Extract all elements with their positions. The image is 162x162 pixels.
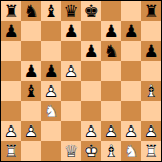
square-e7[interactable]: [81, 21, 101, 41]
square-f1[interactable]: ♝♗: [101, 141, 121, 161]
square-g3[interactable]: [121, 101, 141, 121]
piece-outline: ♙: [141, 121, 161, 141]
square-g5[interactable]: [121, 61, 141, 81]
square-b3[interactable]: [21, 101, 41, 121]
square-b8[interactable]: ♞: [21, 1, 41, 21]
square-b1[interactable]: [21, 141, 41, 161]
white-rook: ♜♖: [141, 141, 161, 161]
square-h7[interactable]: [141, 21, 161, 41]
square-e3[interactable]: [81, 101, 101, 121]
square-b6[interactable]: [21, 41, 41, 61]
white-pawn: ♟♙: [81, 121, 101, 141]
piece-fill: ♝: [21, 81, 41, 101]
piece-outline: ♖: [1, 141, 21, 161]
white-queen: ♛♕: [61, 141, 81, 161]
piece-fill: ♟: [121, 21, 141, 41]
square-a2[interactable]: ♟♙: [1, 121, 21, 141]
piece-outline: ♙: [81, 121, 101, 141]
black-knight: ♞: [101, 41, 121, 61]
square-d3[interactable]: [61, 101, 81, 121]
black-pawn: ♟: [21, 61, 41, 81]
black-queen: ♛: [61, 1, 81, 21]
black-pawn: ♟: [81, 41, 101, 61]
square-e4[interactable]: [81, 81, 101, 101]
square-c4[interactable]: ♟♙: [41, 81, 61, 101]
white-pawn: ♟♙: [101, 121, 121, 141]
white-bishop: ♝♗: [101, 141, 121, 161]
piece-fill: ♛: [61, 1, 81, 21]
piece-outline: ♘: [121, 141, 141, 161]
black-bishop: ♝: [41, 1, 61, 21]
square-b2[interactable]: ♟♙: [21, 121, 41, 141]
square-c3[interactable]: ♞♘: [41, 101, 61, 121]
piece-fill: ♟: [21, 61, 41, 81]
piece-outline: ♙: [1, 121, 21, 141]
piece-outline: ♙: [21, 121, 41, 141]
square-f4[interactable]: [101, 81, 121, 101]
piece-fill: ♟: [81, 41, 101, 61]
piece-fill: ♝: [41, 1, 61, 21]
piece-outline: ♘: [41, 101, 61, 121]
square-h2[interactable]: ♟♙: [141, 121, 161, 141]
square-f5[interactable]: [101, 61, 121, 81]
black-pawn: ♟: [121, 21, 141, 41]
white-pawn: ♟♙: [121, 121, 141, 141]
square-h6[interactable]: ♟: [141, 41, 161, 61]
square-h4[interactable]: ♝♗: [141, 81, 161, 101]
black-pawn: ♟: [101, 21, 121, 41]
black-rook: ♜: [141, 1, 161, 21]
square-b7[interactable]: [21, 21, 41, 41]
square-g2[interactable]: ♟♙: [121, 121, 141, 141]
white-pawn: ♟♙: [61, 61, 81, 81]
black-pawn: ♟: [141, 41, 161, 61]
piece-fill: ♟: [101, 21, 121, 41]
black-pawn: ♟: [61, 21, 81, 41]
square-a7[interactable]: ♟: [1, 21, 21, 41]
piece-fill: ♟: [1, 21, 21, 41]
square-b5[interactable]: ♟: [21, 61, 41, 81]
square-f6[interactable]: ♞: [101, 41, 121, 61]
square-d8[interactable]: ♛: [61, 1, 81, 21]
square-d5[interactable]: ♟♙: [61, 61, 81, 81]
square-g7[interactable]: ♟: [121, 21, 141, 41]
piece-outline: ♙: [41, 81, 61, 101]
piece-fill: ♜: [1, 1, 21, 21]
chess-board: ♜♞♝♛♚♜♟♟♟♟♟♞♟♟♟♟♙♝♟♙♝♗♞♘♟♙♟♙♟♙♟♙♟♙♟♙♜♖♛♕…: [0, 0, 162, 162]
square-f8[interactable]: [101, 1, 121, 21]
square-c1[interactable]: [41, 141, 61, 161]
black-pawn: ♟: [1, 21, 21, 41]
white-knight: ♞♘: [121, 141, 141, 161]
square-h3[interactable]: [141, 101, 161, 121]
square-b4[interactable]: ♝: [21, 81, 41, 101]
piece-outline: ♙: [61, 61, 81, 81]
square-h1[interactable]: ♜♖: [141, 141, 161, 161]
white-bishop: ♝♗: [141, 81, 161, 101]
square-e2[interactable]: ♟♙: [81, 121, 101, 141]
black-bishop: ♝: [21, 81, 41, 101]
square-a8[interactable]: ♜: [1, 1, 21, 21]
piece-fill: ♟: [61, 21, 81, 41]
square-d1[interactable]: ♛♕: [61, 141, 81, 161]
square-g1[interactable]: ♞♘: [121, 141, 141, 161]
piece-outline: ♕: [61, 141, 81, 161]
square-g6[interactable]: [121, 41, 141, 61]
square-a1[interactable]: ♜♖: [1, 141, 21, 161]
square-c8[interactable]: ♝: [41, 1, 61, 21]
square-h8[interactable]: ♜: [141, 1, 161, 21]
square-e5[interactable]: [81, 61, 101, 81]
square-e8[interactable]: ♚: [81, 1, 101, 21]
square-e1[interactable]: ♚♔: [81, 141, 101, 161]
square-f7[interactable]: ♟: [101, 21, 121, 41]
square-a5[interactable]: [1, 61, 21, 81]
square-a4[interactable]: [1, 81, 21, 101]
piece-outline: ♙: [101, 121, 121, 141]
square-g4[interactable]: [121, 81, 141, 101]
black-pawn: ♟: [41, 61, 61, 81]
piece-outline: ♗: [141, 81, 161, 101]
piece-outline: ♙: [121, 121, 141, 141]
white-pawn: ♟♙: [21, 121, 41, 141]
piece-outline: ♖: [141, 141, 161, 161]
black-king: ♚: [81, 1, 101, 21]
piece-fill: ♟: [141, 41, 161, 61]
square-d7[interactable]: ♟: [61, 21, 81, 41]
square-d6[interactable]: [61, 41, 81, 61]
white-pawn: ♟♙: [141, 121, 161, 141]
piece-outline: ♔: [81, 141, 101, 161]
piece-outline: ♗: [101, 141, 121, 161]
square-c5[interactable]: ♟: [41, 61, 61, 81]
square-a6[interactable]: [1, 41, 21, 61]
square-f3[interactable]: [101, 101, 121, 121]
square-d4[interactable]: [61, 81, 81, 101]
piece-fill: ♟: [41, 61, 61, 81]
piece-fill: ♞: [101, 41, 121, 61]
square-e6[interactable]: ♟: [81, 41, 101, 61]
piece-fill: ♚: [81, 1, 101, 21]
square-f2[interactable]: ♟♙: [101, 121, 121, 141]
white-pawn: ♟♙: [41, 81, 61, 101]
piece-fill: ♜: [141, 1, 161, 21]
white-pawn: ♟♙: [1, 121, 21, 141]
black-rook: ♜: [1, 1, 21, 21]
white-knight: ♞♘: [41, 101, 61, 121]
square-c6[interactable]: [41, 41, 61, 61]
piece-fill: ♞: [21, 1, 41, 21]
black-knight: ♞: [21, 1, 41, 21]
square-g8[interactable]: [121, 1, 141, 21]
square-c2[interactable]: [41, 121, 61, 141]
square-d2[interactable]: [61, 121, 81, 141]
white-king: ♚♔: [81, 141, 101, 161]
board-grid: ♜♞♝♛♚♜♟♟♟♟♟♞♟♟♟♟♙♝♟♙♝♗♞♘♟♙♟♙♟♙♟♙♟♙♟♙♜♖♛♕…: [1, 1, 161, 161]
square-a3[interactable]: [1, 101, 21, 121]
white-rook: ♜♖: [1, 141, 21, 161]
square-c7[interactable]: [41, 21, 61, 41]
square-h5[interactable]: [141, 61, 161, 81]
